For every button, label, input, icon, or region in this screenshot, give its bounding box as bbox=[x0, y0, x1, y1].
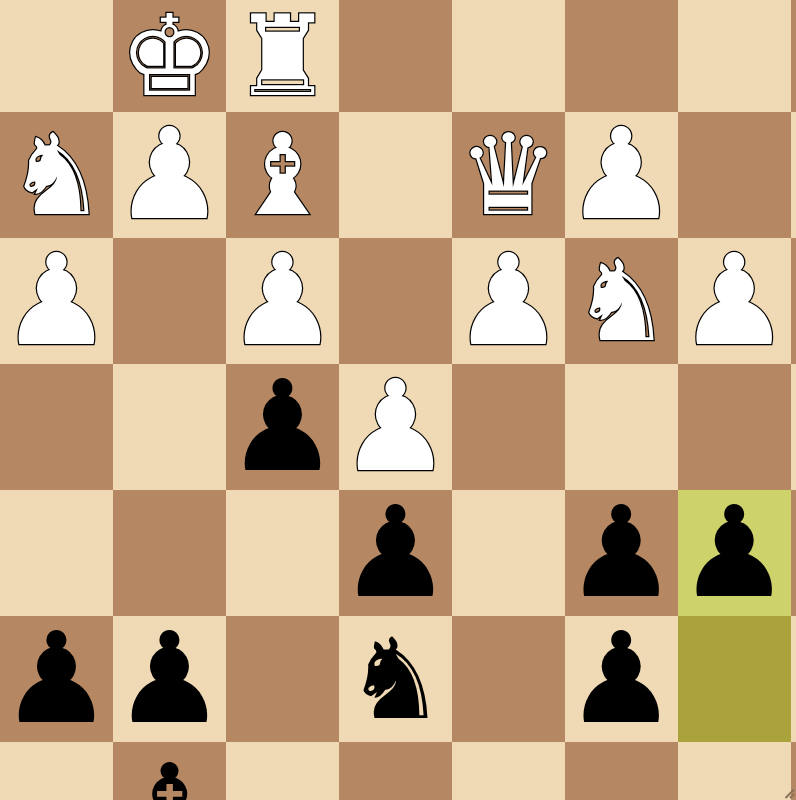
black-pawn-piece[interactable]: ♟ bbox=[678, 490, 791, 616]
square-g7[interactable]: ♝ bbox=[113, 742, 226, 800]
square-c3[interactable]: ♞ bbox=[565, 238, 678, 364]
square-b7[interactable] bbox=[678, 742, 791, 800]
square-c2[interactable]: ♟ bbox=[565, 112, 678, 238]
resize-grip-icon bbox=[780, 784, 795, 799]
white-rook-piece[interactable]: ♜ bbox=[232, 0, 332, 112]
square-b6[interactable] bbox=[678, 616, 791, 742]
square-c4[interactable] bbox=[565, 364, 678, 490]
black-pawn-piece[interactable]: ♟ bbox=[339, 490, 452, 616]
square-a6[interactable]: ♝6 bbox=[791, 616, 796, 742]
square-d6[interactable] bbox=[452, 616, 565, 742]
black-pawn-piece[interactable]: ♟ bbox=[113, 616, 226, 742]
square-g3[interactable] bbox=[113, 238, 226, 364]
square-h3[interactable]: ♟ bbox=[0, 238, 113, 364]
white-knight-piece[interactable]: ♞ bbox=[571, 245, 671, 357]
square-e5[interactable]: ♟ bbox=[339, 490, 452, 616]
square-h5[interactable] bbox=[0, 490, 113, 616]
square-d4[interactable] bbox=[452, 364, 565, 490]
black-pawn-piece[interactable]: ♟ bbox=[565, 490, 678, 616]
square-e1[interactable] bbox=[339, 0, 452, 112]
white-king-piece[interactable]: ♚ bbox=[119, 0, 219, 112]
square-c5[interactable]: ♟ bbox=[565, 490, 678, 616]
board-resize-handle[interactable] bbox=[780, 784, 795, 799]
square-c7[interactable] bbox=[565, 742, 678, 800]
square-f3[interactable]: ♟ bbox=[226, 238, 339, 364]
square-d2[interactable]: ♛ bbox=[452, 112, 565, 238]
square-e7[interactable] bbox=[339, 742, 452, 800]
square-f1[interactable]: ♜ bbox=[226, 0, 339, 112]
white-pawn-piece[interactable]: ♟ bbox=[791, 490, 796, 616]
square-e2[interactable] bbox=[339, 112, 452, 238]
square-h6[interactable]: ♟ bbox=[0, 616, 113, 742]
square-b5[interactable]: ♟ bbox=[678, 490, 791, 616]
square-e6[interactable]: ♞ bbox=[339, 616, 452, 742]
square-f2[interactable]: ♝ bbox=[226, 112, 339, 238]
black-knight-piece[interactable]: ♞ bbox=[345, 623, 445, 735]
square-a5[interactable]: ♟5 bbox=[791, 490, 796, 616]
square-f7[interactable] bbox=[226, 742, 339, 800]
square-h4[interactable] bbox=[0, 364, 113, 490]
square-a3[interactable]: 3 bbox=[791, 238, 796, 364]
square-g4[interactable] bbox=[113, 364, 226, 490]
black-pawn-piece[interactable]: ♟ bbox=[0, 616, 113, 742]
square-e3[interactable] bbox=[339, 238, 452, 364]
white-bishop-piece[interactable]: ♝ bbox=[232, 119, 332, 231]
white-pawn-piece[interactable]: ♟ bbox=[678, 238, 791, 364]
square-f6[interactable] bbox=[226, 616, 339, 742]
white-pawn-piece[interactable]: ♟ bbox=[0, 238, 113, 364]
square-a1[interactable]: ♜1 bbox=[791, 0, 796, 112]
square-d7[interactable] bbox=[452, 742, 565, 800]
square-h7[interactable] bbox=[0, 742, 113, 800]
square-h1[interactable] bbox=[0, 0, 113, 112]
square-c1[interactable] bbox=[565, 0, 678, 112]
square-f5[interactable] bbox=[226, 490, 339, 616]
square-d5[interactable] bbox=[452, 490, 565, 616]
square-c6[interactable]: ♟ bbox=[565, 616, 678, 742]
square-d3[interactable]: ♟ bbox=[452, 238, 565, 364]
square-g2[interactable]: ♟ bbox=[113, 112, 226, 238]
square-b2[interactable] bbox=[678, 112, 791, 238]
white-pawn-piece[interactable]: ♟ bbox=[452, 238, 565, 364]
black-pawn-piece[interactable]: ♟ bbox=[226, 364, 339, 490]
white-pawn-piece[interactable]: ♟ bbox=[339, 364, 452, 490]
square-b1[interactable] bbox=[678, 0, 791, 112]
square-h2[interactable]: ♞ bbox=[0, 112, 113, 238]
square-d1[interactable] bbox=[452, 0, 565, 112]
white-pawn-piece[interactable]: ♟ bbox=[226, 238, 339, 364]
square-a2[interactable]: 2 bbox=[791, 112, 796, 238]
white-pawn-piece[interactable]: ♟ bbox=[565, 112, 678, 238]
white-knight-piece[interactable]: ♞ bbox=[6, 119, 106, 231]
black-bishop-piece[interactable]: ♝ bbox=[119, 749, 219, 800]
black-pawn-piece[interactable]: ♟ bbox=[565, 616, 678, 742]
white-queen-piece[interactable]: ♛ bbox=[458, 119, 558, 231]
chess-board: ♚♜♜1♞♟♝♛♟2♟♟♟♞♟3♟♟4♟♟♟♟5♟♟♞♟♝6♝♟7♜hgf♚e♛… bbox=[0, 0, 796, 800]
white-pawn-piece[interactable]: ♟ bbox=[113, 112, 226, 238]
square-f4[interactable]: ♟ bbox=[226, 364, 339, 490]
square-g5[interactable] bbox=[113, 490, 226, 616]
square-a4[interactable]: 4 bbox=[791, 364, 796, 490]
square-g6[interactable]: ♟ bbox=[113, 616, 226, 742]
square-e4[interactable]: ♟ bbox=[339, 364, 452, 490]
square-b4[interactable] bbox=[678, 364, 791, 490]
square-g1[interactable]: ♚ bbox=[113, 0, 226, 112]
square-b3[interactable]: ♟ bbox=[678, 238, 791, 364]
